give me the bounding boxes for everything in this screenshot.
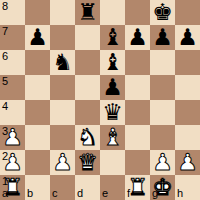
square-g3[interactable] xyxy=(150,125,175,150)
white-rook-a1[interactable]: ♜ xyxy=(0,175,25,200)
black-bishop-e6[interactable]: ♝ xyxy=(100,50,125,75)
square-h6[interactable] xyxy=(175,50,200,75)
square-a8[interactable]: 8 xyxy=(0,0,25,25)
square-a1[interactable]: 1a♜ xyxy=(0,175,25,200)
square-b6[interactable] xyxy=(25,50,50,75)
square-a5[interactable]: 5 xyxy=(0,75,25,100)
square-e6[interactable]: ♝ xyxy=(100,50,125,75)
square-e2[interactable] xyxy=(100,150,125,175)
square-f6[interactable] xyxy=(125,50,150,75)
black-pawn-f7[interactable]: ♟ xyxy=(125,25,150,50)
white-pawn-h2[interactable]: ♟ xyxy=(175,150,200,175)
square-b3[interactable] xyxy=(25,125,50,150)
white-bishop-e3[interactable]: ♝ xyxy=(100,125,125,150)
black-pawn-g7[interactable]: ♟ xyxy=(150,25,175,50)
square-f5[interactable] xyxy=(125,75,150,100)
black-pawn-e5[interactable]: ♟ xyxy=(100,75,125,100)
file-label-d: d xyxy=(77,188,83,199)
square-e3[interactable]: ♝ xyxy=(100,125,125,150)
black-king-g8[interactable]: ♚ xyxy=(150,0,175,25)
black-rook-d8[interactable]: ♜ xyxy=(75,0,100,25)
square-h1[interactable]: h xyxy=(175,175,200,200)
square-g1[interactable]: g♚ xyxy=(150,175,175,200)
rank-label-8: 8 xyxy=(2,1,8,12)
square-b5[interactable] xyxy=(25,75,50,100)
square-d5[interactable] xyxy=(75,75,100,100)
square-b1[interactable]: b xyxy=(25,175,50,200)
square-c2[interactable]: ♟ xyxy=(50,150,75,175)
black-queen-e4[interactable]: ♛ xyxy=(100,100,125,125)
square-a4[interactable]: 4 xyxy=(0,100,25,125)
square-d8[interactable]: ♜ xyxy=(75,0,100,25)
square-b4[interactable] xyxy=(25,100,50,125)
square-c6[interactable]: ♞ xyxy=(50,50,75,75)
rank-label-7: 7 xyxy=(2,26,8,37)
square-h4[interactable] xyxy=(175,100,200,125)
square-d1[interactable]: d xyxy=(75,175,100,200)
square-c8[interactable] xyxy=(50,0,75,25)
square-d3[interactable]: ♞ xyxy=(75,125,100,150)
square-c3[interactable] xyxy=(50,125,75,150)
black-bishop-e7[interactable]: ♝ xyxy=(100,25,125,50)
square-g2[interactable]: ♟ xyxy=(150,150,175,175)
square-h2[interactable]: ♟ xyxy=(175,150,200,175)
square-c7[interactable] xyxy=(50,25,75,50)
square-a2[interactable]: 2♟ xyxy=(0,150,25,175)
square-c5[interactable] xyxy=(50,75,75,100)
square-c4[interactable] xyxy=(50,100,75,125)
square-d7[interactable] xyxy=(75,25,100,50)
rank-label-6: 6 xyxy=(2,51,8,62)
square-f7[interactable]: ♟ xyxy=(125,25,150,50)
square-a3[interactable]: 3♟ xyxy=(0,125,25,150)
white-knight-d3[interactable]: ♞ xyxy=(75,125,100,150)
square-e7[interactable]: ♝ xyxy=(100,25,125,50)
white-pawn-a2[interactable]: ♟ xyxy=(0,150,25,175)
white-pawn-c2[interactable]: ♟ xyxy=(50,150,75,175)
square-h5[interactable] xyxy=(175,75,200,100)
square-g8[interactable]: ♚ xyxy=(150,0,175,25)
file-label-e: e xyxy=(102,188,108,199)
white-pawn-a3[interactable]: ♟ xyxy=(0,125,25,150)
white-pawn-g2[interactable]: ♟ xyxy=(150,150,175,175)
file-label-c: c xyxy=(52,188,58,199)
square-a7[interactable]: 7 xyxy=(0,25,25,50)
square-d2[interactable]: ♛ xyxy=(75,150,100,175)
square-b8[interactable] xyxy=(25,0,50,25)
black-pawn-h7[interactable]: ♟ xyxy=(175,25,200,50)
file-label-h: h xyxy=(177,188,183,199)
black-knight-c6[interactable]: ♞ xyxy=(50,50,75,75)
white-queen-d2[interactable]: ♛ xyxy=(75,150,100,175)
square-h7[interactable]: ♟ xyxy=(175,25,200,50)
square-b2[interactable] xyxy=(25,150,50,175)
file-label-b: b xyxy=(27,188,33,199)
square-g7[interactable]: ♟ xyxy=(150,25,175,50)
chess-board: 8♜♚7♟♝♟♟♟6♞♝5♟4♛3♟♞♝2♟♟♛♟♟1a♜bcdef♜g♚h xyxy=(0,0,200,200)
black-pawn-b7[interactable]: ♟ xyxy=(25,25,50,50)
square-e1[interactable]: e xyxy=(100,175,125,200)
square-e8[interactable] xyxy=(100,0,125,25)
square-b7[interactable]: ♟ xyxy=(25,25,50,50)
square-e4[interactable]: ♛ xyxy=(100,100,125,125)
square-g6[interactable] xyxy=(150,50,175,75)
rank-label-4: 4 xyxy=(2,101,8,112)
square-g5[interactable] xyxy=(150,75,175,100)
rank-label-5: 5 xyxy=(2,76,8,87)
square-a6[interactable]: 6 xyxy=(0,50,25,75)
square-f2[interactable] xyxy=(125,150,150,175)
square-f8[interactable] xyxy=(125,0,150,25)
square-d4[interactable] xyxy=(75,100,100,125)
square-h8[interactable] xyxy=(175,0,200,25)
square-g4[interactable] xyxy=(150,100,175,125)
square-d6[interactable] xyxy=(75,50,100,75)
square-f3[interactable] xyxy=(125,125,150,150)
square-e5[interactable]: ♟ xyxy=(100,75,125,100)
square-f1[interactable]: f♜ xyxy=(125,175,150,200)
white-king-g1[interactable]: ♚ xyxy=(150,175,175,200)
square-f4[interactable] xyxy=(125,100,150,125)
square-c1[interactable]: c xyxy=(50,175,75,200)
square-h3[interactable] xyxy=(175,125,200,150)
white-rook-f1[interactable]: ♜ xyxy=(125,175,150,200)
